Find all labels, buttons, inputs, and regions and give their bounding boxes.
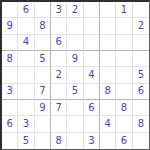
sudoku-cell-given: 6 [18,2,34,18]
sudoku-cell-given: 3 [2,84,18,100]
sudoku-cell-empty[interactable] [35,67,51,83]
sudoku-cell-empty[interactable] [67,100,83,116]
sudoku-cell-given: 5 [18,133,34,149]
sudoku-cell-given: 6 [116,133,132,149]
sudoku-cell-empty[interactable] [84,2,100,18]
sudoku-cell-empty[interactable] [84,116,100,132]
sudoku-cell-given: 4 [84,67,100,83]
sudoku-cell-empty[interactable] [100,18,116,34]
sudoku-cell-empty[interactable] [116,116,132,132]
sudoku-cell-empty[interactable] [84,51,100,67]
sudoku-cell-given: 8 [51,133,67,149]
sudoku-cell-empty[interactable] [35,2,51,18]
sudoku-cell-given: 2 [133,18,149,34]
sudoku-cell-empty[interactable] [116,84,132,100]
sudoku-cell-empty[interactable] [67,116,83,132]
sudoku-cell-given: 9 [35,100,51,116]
sudoku-cell-empty[interactable] [84,84,100,100]
sudoku-cell-given: 8 [2,51,18,67]
sudoku-cell-empty[interactable] [2,2,18,18]
sudoku-cell-empty[interactable] [18,51,34,67]
sudoku-cell-empty[interactable] [2,67,18,83]
sudoku-cell-given: 6 [133,84,149,100]
sudoku-cell-empty[interactable] [84,35,100,51]
sudoku-cell-given: 8 [35,18,51,34]
sudoku-cell-given: 3 [84,133,100,149]
sudoku-cell-empty[interactable] [133,35,149,51]
sudoku-cell-given: 2 [67,2,83,18]
sudoku-cell-empty[interactable] [100,51,116,67]
sudoku-cell-given: 8 [100,84,116,100]
sudoku-cell-empty[interactable] [100,2,116,18]
sudoku-cell-given: 9 [2,18,18,34]
sudoku-cell-empty[interactable] [100,67,116,83]
sudoku-cell-given: 8 [116,100,132,116]
sudoku-cell-given: 5 [67,84,83,100]
sudoku-cell-empty[interactable] [2,100,18,116]
sudoku-cell-empty[interactable] [100,35,116,51]
sudoku-cell-empty[interactable] [51,116,67,132]
sudoku-cell-empty[interactable] [133,51,149,67]
sudoku-cell-given: 4 [100,116,116,132]
sudoku-cell-given: 8 [133,116,149,132]
sudoku-cell-empty[interactable] [116,51,132,67]
sudoku-cell-empty[interactable] [2,133,18,149]
sudoku-board: 63219824685924537586976863485836 [0,0,150,150]
sudoku-cell-empty[interactable] [67,67,83,83]
sudoku-cell-empty[interactable] [133,133,149,149]
sudoku-cell-given: 2 [51,67,67,83]
sudoku-cell-empty[interactable] [84,18,100,34]
sudoku-cell-given: 4 [18,35,34,51]
sudoku-cell-given: 9 [67,51,83,67]
sudoku-cell-empty[interactable] [35,35,51,51]
sudoku-cell-given: 6 [2,116,18,132]
sudoku-cell-given: 7 [51,100,67,116]
sudoku-cell-empty[interactable] [18,100,34,116]
sudoku-cell-empty[interactable] [18,84,34,100]
sudoku-cell-empty[interactable] [133,100,149,116]
sudoku-cell-given: 6 [51,35,67,51]
sudoku-cell-empty[interactable] [67,35,83,51]
sudoku-cell-empty[interactable] [100,100,116,116]
sudoku-cell-empty[interactable] [2,35,18,51]
sudoku-cell-empty[interactable] [35,116,51,132]
sudoku-cell-empty[interactable] [18,18,34,34]
sudoku-cell-given: 7 [35,84,51,100]
sudoku-cell-given: 5 [133,67,149,83]
sudoku-cell-empty[interactable] [67,133,83,149]
sudoku-cell-empty[interactable] [51,84,67,100]
sudoku-cell-given: 5 [35,51,51,67]
sudoku-cell-empty[interactable] [51,18,67,34]
sudoku-cell-empty[interactable] [116,35,132,51]
sudoku-cell-empty[interactable] [35,133,51,149]
sudoku-cell-empty[interactable] [116,67,132,83]
sudoku-cell-empty[interactable] [18,67,34,83]
sudoku-cell-empty[interactable] [67,18,83,34]
sudoku-cell-given: 3 [18,116,34,132]
sudoku-cell-given: 6 [84,100,100,116]
sudoku-cell-empty[interactable] [100,133,116,149]
sudoku-cell-empty[interactable] [51,51,67,67]
sudoku-cell-given: 1 [116,2,132,18]
sudoku-cell-empty[interactable] [133,2,149,18]
sudoku-cell-given: 3 [51,2,67,18]
sudoku-cell-empty[interactable] [116,18,132,34]
